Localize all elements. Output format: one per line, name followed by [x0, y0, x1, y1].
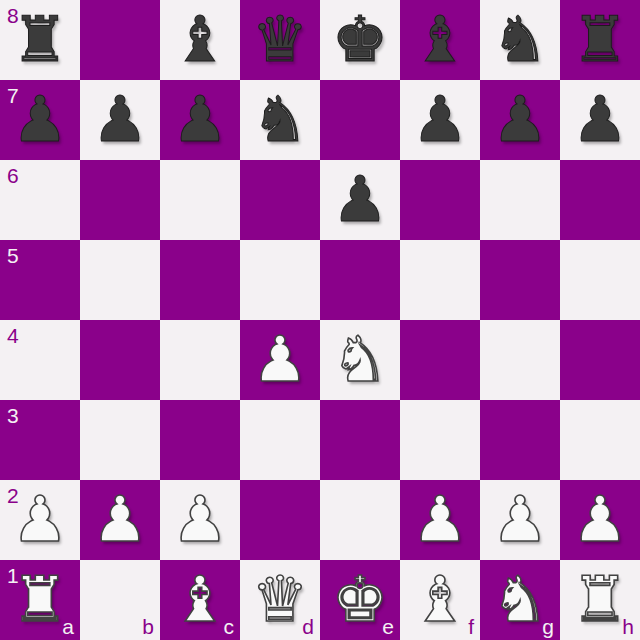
piece-white-pawn[interactable]: ♟ — [572, 480, 628, 560]
square-b5[interactable] — [80, 240, 160, 320]
square-a7[interactable]: 7♟ — [0, 80, 80, 160]
square-e7[interactable] — [320, 80, 400, 160]
square-h2[interactable]: ♟ — [560, 480, 640, 560]
square-f7[interactable]: ♟ — [400, 80, 480, 160]
square-d5[interactable] — [240, 240, 320, 320]
square-b1[interactable]: b — [80, 560, 160, 640]
square-d1[interactable]: d♛ — [240, 560, 320, 640]
piece-white-bishop[interactable]: ♝ — [412, 560, 468, 640]
square-h1[interactable]: h♜ — [560, 560, 640, 640]
piece-white-queen[interactable]: ♛ — [252, 560, 308, 640]
piece-black-knight[interactable]: ♞ — [492, 0, 548, 80]
piece-black-bishop[interactable]: ♝ — [172, 0, 228, 80]
file-label-e: e — [382, 616, 394, 637]
piece-white-king[interactable]: ♚ — [332, 560, 388, 640]
square-a6[interactable]: 6 — [0, 160, 80, 240]
file-label-d: d — [302, 616, 314, 637]
square-f5[interactable] — [400, 240, 480, 320]
square-d8[interactable]: ♛ — [240, 0, 320, 80]
square-a3[interactable]: 3 — [0, 400, 80, 480]
square-g8[interactable]: ♞ — [480, 0, 560, 80]
square-b7[interactable]: ♟ — [80, 80, 160, 160]
square-g7[interactable]: ♟ — [480, 80, 560, 160]
square-a2[interactable]: 2♟ — [0, 480, 80, 560]
piece-black-pawn[interactable]: ♟ — [572, 80, 628, 160]
piece-black-pawn[interactable]: ♟ — [172, 80, 228, 160]
piece-black-knight[interactable]: ♞ — [252, 80, 308, 160]
square-b2[interactable]: ♟ — [80, 480, 160, 560]
square-c5[interactable] — [160, 240, 240, 320]
square-d3[interactable] — [240, 400, 320, 480]
square-e6[interactable]: ♟ — [320, 160, 400, 240]
square-g5[interactable] — [480, 240, 560, 320]
piece-black-pawn[interactable]: ♟ — [12, 80, 68, 160]
square-h8[interactable]: ♜ — [560, 0, 640, 80]
square-c3[interactable] — [160, 400, 240, 480]
piece-white-pawn[interactable]: ♟ — [92, 480, 148, 560]
piece-black-pawn[interactable]: ♟ — [412, 80, 468, 160]
square-d6[interactable] — [240, 160, 320, 240]
square-e4[interactable]: ♞ — [320, 320, 400, 400]
rank-label-3: 3 — [7, 405, 19, 426]
square-b8[interactable] — [80, 0, 160, 80]
square-h7[interactable]: ♟ — [560, 80, 640, 160]
square-e5[interactable] — [320, 240, 400, 320]
file-label-f: f — [468, 616, 474, 637]
piece-black-rook[interactable]: ♜ — [12, 0, 68, 80]
piece-white-rook[interactable]: ♜ — [572, 560, 628, 640]
square-e3[interactable] — [320, 400, 400, 480]
rank-label-4: 4 — [7, 325, 19, 346]
piece-black-pawn[interactable]: ♟ — [492, 80, 548, 160]
square-f8[interactable]: ♝ — [400, 0, 480, 80]
square-g4[interactable] — [480, 320, 560, 400]
file-label-b: b — [142, 616, 154, 637]
square-c1[interactable]: c♝ — [160, 560, 240, 640]
chess-board: 8♜♝♛♚♝♞♜7♟♟♟♞♟♟♟6♟54♟♞32♟♟♟♟♟♟1a♜bc♝d♛e♚… — [0, 0, 640, 640]
piece-black-queen[interactable]: ♛ — [252, 0, 308, 80]
square-h5[interactable] — [560, 240, 640, 320]
piece-white-pawn[interactable]: ♟ — [412, 480, 468, 560]
piece-white-bishop[interactable]: ♝ — [172, 560, 228, 640]
square-c2[interactable]: ♟ — [160, 480, 240, 560]
square-e2[interactable] — [320, 480, 400, 560]
file-label-c: c — [224, 616, 235, 637]
rank-label-5: 5 — [7, 245, 19, 266]
piece-white-knight[interactable]: ♞ — [492, 560, 548, 640]
piece-white-rook[interactable]: ♜ — [12, 560, 68, 640]
square-g2[interactable]: ♟ — [480, 480, 560, 560]
rank-label-7: 7 — [7, 85, 19, 106]
piece-black-rook[interactable]: ♜ — [572, 0, 628, 80]
square-b6[interactable] — [80, 160, 160, 240]
square-e8[interactable]: ♚ — [320, 0, 400, 80]
square-h3[interactable] — [560, 400, 640, 480]
square-f4[interactable] — [400, 320, 480, 400]
piece-white-pawn[interactable]: ♟ — [172, 480, 228, 560]
square-h4[interactable] — [560, 320, 640, 400]
square-d7[interactable]: ♞ — [240, 80, 320, 160]
file-label-h: h — [622, 616, 634, 637]
square-b3[interactable] — [80, 400, 160, 480]
square-a1[interactable]: 1a♜ — [0, 560, 80, 640]
piece-white-knight[interactable]: ♞ — [332, 320, 388, 400]
rank-label-2: 2 — [7, 485, 19, 506]
square-c4[interactable] — [160, 320, 240, 400]
piece-black-pawn[interactable]: ♟ — [332, 160, 388, 240]
square-d2[interactable] — [240, 480, 320, 560]
file-label-a: a — [62, 616, 74, 637]
rank-label-1: 1 — [7, 565, 19, 586]
piece-black-bishop[interactable]: ♝ — [412, 0, 468, 80]
square-a4[interactable]: 4 — [0, 320, 80, 400]
square-f6[interactable] — [400, 160, 480, 240]
square-a8[interactable]: 8♜ — [0, 0, 80, 80]
square-b4[interactable] — [80, 320, 160, 400]
piece-white-pawn[interactable]: ♟ — [12, 480, 68, 560]
piece-black-pawn[interactable]: ♟ — [92, 80, 148, 160]
square-h6[interactable] — [560, 160, 640, 240]
square-g6[interactable] — [480, 160, 560, 240]
square-f3[interactable] — [400, 400, 480, 480]
square-c8[interactable]: ♝ — [160, 0, 240, 80]
square-g3[interactable] — [480, 400, 560, 480]
square-f1[interactable]: f♝ — [400, 560, 480, 640]
piece-black-king[interactable]: ♚ — [332, 0, 388, 80]
square-d4[interactable]: ♟ — [240, 320, 320, 400]
rank-label-6: 6 — [7, 165, 19, 186]
square-f2[interactable]: ♟ — [400, 480, 480, 560]
square-c6[interactable] — [160, 160, 240, 240]
rank-label-8: 8 — [7, 5, 19, 26]
file-label-g: g — [542, 616, 554, 637]
piece-white-pawn[interactable]: ♟ — [252, 320, 308, 400]
square-a5[interactable]: 5 — [0, 240, 80, 320]
square-c7[interactable]: ♟ — [160, 80, 240, 160]
piece-white-pawn[interactable]: ♟ — [492, 480, 548, 560]
square-e1[interactable]: e♚ — [320, 560, 400, 640]
square-g1[interactable]: g♞ — [480, 560, 560, 640]
